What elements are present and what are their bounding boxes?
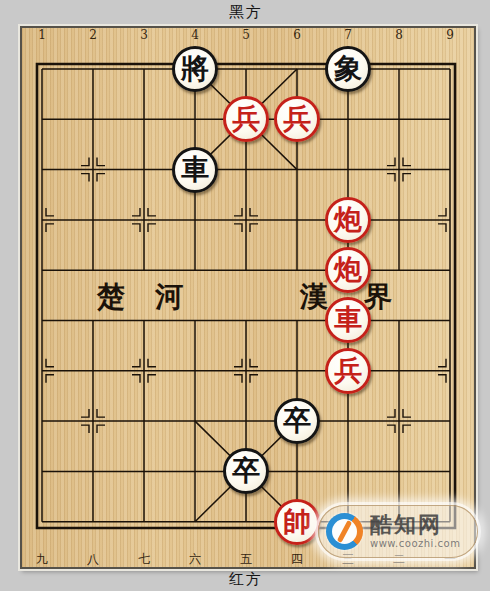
file-label-red-4: 六	[170, 553, 221, 565]
file-label-4: 4	[170, 29, 221, 41]
watermark-site-name: 酷知网	[370, 514, 460, 536]
file-label-red-1: 九	[17, 553, 68, 565]
watermark: 酷知网 www.coozhi.com	[318, 505, 478, 558]
file-label-red-5: 五	[221, 553, 272, 565]
file-label-7: 7	[323, 29, 374, 41]
red-cannon-7[interactable]: 炮	[325, 247, 371, 293]
file-label-6: 6	[272, 29, 323, 41]
watermark-site-url: www.coozhi.com	[370, 539, 460, 549]
xiangqi-board: 123456789 楚河漢界 將象兵兵車炮炮車兵卒卒帥 九八七六五四三二一	[20, 26, 476, 569]
red-general-12[interactable]: 帥	[274, 499, 320, 545]
coozhi-logo-icon	[326, 513, 363, 550]
black-chariot-5[interactable]: 車	[172, 147, 218, 193]
file-label-5: 5	[221, 29, 272, 41]
red-cannon-6[interactable]: 炮	[325, 197, 371, 243]
file-label-red-2: 八	[68, 553, 119, 565]
file-label-2: 2	[68, 29, 119, 41]
file-label-8: 8	[374, 29, 425, 41]
black-soldier-11[interactable]: 卒	[223, 448, 269, 494]
red-side-label: 红方	[20, 570, 472, 589]
file-label-9: 9	[425, 29, 476, 41]
file-label-1: 1	[17, 29, 68, 41]
black-soldier-10[interactable]: 卒	[274, 398, 320, 444]
top-coordinates: 123456789	[17, 29, 476, 41]
red-soldier-3[interactable]: 兵	[223, 96, 269, 142]
black-side-label: 黑方	[20, 3, 472, 22]
red-soldier-9[interactable]: 兵	[325, 348, 371, 394]
black-elephant-2[interactable]: 象	[325, 46, 371, 92]
piece-layer: 將象兵兵車炮炮車兵卒卒帥	[17, 44, 476, 547]
red-soldier-4[interactable]: 兵	[274, 96, 320, 142]
file-label-red-3: 七	[119, 553, 170, 565]
file-label-3: 3	[119, 29, 170, 41]
file-label-red-6: 四	[272, 553, 323, 565]
black-general-1[interactable]: 將	[172, 46, 218, 92]
red-chariot-8[interactable]: 車	[325, 297, 371, 343]
